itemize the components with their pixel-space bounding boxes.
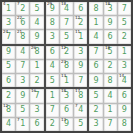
cell-digit: 5 [78, 120, 83, 128]
cell-digit: 3 [50, 33, 55, 41]
cell-digit: 6 [50, 48, 55, 56]
cell-r3c5[interactable]: 5 [60, 30, 73, 43]
cell-r9c8[interactable]: 7 [104, 118, 117, 131]
cell-digit: 6 [6, 77, 11, 85]
cell-digit: 7 [50, 106, 55, 114]
cell-r6c3[interactable]: 2 [30, 74, 43, 87]
cell-r4c2[interactable]: 4 [16, 46, 29, 59]
cell-r9c7[interactable]: 3 [89, 118, 102, 131]
cell-digit: 8 [93, 5, 98, 13]
cell-r6c5[interactable]: 131 [60, 74, 73, 87]
cell-digit: 3 [35, 106, 40, 114]
cell-r7c5[interactable]: 183 [60, 89, 73, 102]
cell-r2c7[interactable]: 1 [89, 16, 102, 29]
cell-digit: 2 [35, 77, 40, 85]
cage-sum: 26 [31, 46, 36, 50]
cell-digit: 3 [93, 120, 98, 128]
cell-digit: 7 [108, 120, 113, 128]
cell-r9c6[interactable]: 5 [74, 118, 87, 131]
cell-r9c5[interactable]: 139 [60, 118, 73, 131]
cell-r3c4[interactable]: 3 [46, 30, 59, 43]
cell-digit: 9 [78, 62, 83, 70]
cell-digit: 9 [93, 77, 98, 85]
cell-digit: 3 [122, 62, 127, 70]
cell-r3c9[interactable]: 2 [118, 30, 131, 43]
cell-r9c3[interactable]: 6 [30, 118, 43, 131]
cell-digit: 1 [20, 120, 25, 128]
cage-sum: 29 [47, 2, 52, 6]
cell-digit: 4 [93, 33, 98, 41]
cage-sum: 24 [3, 30, 8, 34]
cell-digit: 8 [122, 120, 127, 128]
box-5: 612234238951317 [46, 46, 88, 88]
cell-digit: 5 [20, 106, 25, 114]
cell-r2c9[interactable]: 5 [118, 16, 131, 29]
cell-r4c7[interactable]: 7 [89, 46, 102, 59]
cell-r5c5[interactable]: 238 [60, 60, 73, 73]
cell-digit: 5 [64, 33, 69, 41]
cell-digit: 9 [20, 92, 25, 100]
cell-r3c6[interactable]: 111 [74, 30, 87, 43]
cell-digit: 1 [78, 33, 83, 41]
cell-digit: 5 [122, 19, 127, 27]
cell-r4c4[interactable]: 6 [46, 46, 59, 59]
box-4: 94268571632 [2, 46, 44, 88]
sudoku-board: 4172532264247218929918468712235111818371… [0, 0, 133, 133]
cell-r4c8[interactable]: 185 [104, 46, 117, 59]
cell-r7c7[interactable]: 5 [89, 89, 102, 102]
cell-r7c1[interactable]: 2 [2, 89, 15, 102]
cell-digit: 8 [78, 92, 83, 100]
cell-digit: 3 [20, 77, 25, 85]
cell-digit: 6 [78, 5, 83, 13]
cell-digit: 1 [122, 48, 127, 56]
cell-r3c1[interactable]: 247 [2, 30, 15, 43]
cell-r1c8[interactable]: 183 [104, 2, 117, 15]
cell-r5c6[interactable]: 9 [74, 60, 87, 73]
cell-r4c1[interactable]: 9 [2, 46, 15, 59]
cell-digit: 8 [20, 33, 25, 41]
cell-r1c4[interactable]: 299 [46, 2, 59, 15]
cell-digit: 4 [6, 120, 11, 128]
cage-sum: 12 [3, 104, 8, 108]
cell-r7c3[interactable]: 167 [30, 89, 43, 102]
cell-r4c6[interactable]: 3 [74, 46, 87, 59]
cell-digit: 4 [35, 19, 40, 27]
cell-r8c2[interactable]: 5 [16, 104, 29, 117]
cell-r6c7[interactable]: 9 [89, 74, 102, 87]
cell-r6c9[interactable]: 144 [118, 74, 131, 87]
cell-digit: 7 [6, 33, 11, 41]
cell-r7c6[interactable]: 178 [74, 89, 87, 102]
cell-digit: 7 [122, 5, 127, 13]
box-1: 41725322642472189 [2, 2, 44, 44]
cell-digit: 6 [64, 106, 69, 114]
cell-r2c6[interactable]: 122 [74, 16, 87, 29]
cell-r8c9[interactable]: 9 [118, 104, 131, 117]
cage-sum: 21 [17, 30, 22, 34]
box-7: 29167128534716 [2, 89, 44, 131]
cell-r6c1[interactable]: 6 [2, 74, 15, 87]
box-9: 546219378 [89, 89, 131, 131]
cell-r1c3[interactable]: 5 [30, 2, 43, 15]
cell-r8c4[interactable]: 7 [46, 104, 59, 117]
cell-digit: 9 [122, 106, 127, 114]
cage-sum: 7 [17, 118, 20, 122]
cell-r9c4[interactable]: 2 [46, 118, 59, 131]
cell-digit: 5 [93, 92, 98, 100]
cell-r8c3[interactable]: 3 [30, 104, 43, 117]
cell-r5c8[interactable]: 2 [104, 60, 117, 73]
cell-digit: 3 [6, 19, 11, 27]
cell-digit: 2 [6, 92, 11, 100]
cell-digit: 7 [20, 62, 25, 70]
cell-r5c9[interactable]: 3 [118, 60, 131, 73]
cell-digit: 2 [50, 120, 55, 128]
cell-digit: 6 [93, 62, 98, 70]
cage-sum: 7 [17, 2, 20, 6]
cell-r6c2[interactable]: 3 [16, 74, 29, 87]
cell-r8c5[interactable]: 6 [60, 104, 73, 117]
cell-digit: 4 [108, 92, 113, 100]
cell-r4c3[interactable]: 268 [30, 46, 43, 59]
cage-sum: 14 [119, 74, 124, 78]
cell-digit: 9 [6, 48, 11, 56]
cage-sum: 18 [105, 2, 110, 6]
cell-digit: 7 [78, 77, 83, 85]
cell-digit: 8 [108, 77, 113, 85]
cell-r9c1[interactable]: 4 [2, 118, 15, 131]
cage-sum: 13 [61, 118, 66, 122]
cell-digit: 3 [64, 92, 69, 100]
cage-sum: 7 [75, 104, 78, 108]
cell-r5c1[interactable]: 5 [2, 60, 15, 73]
cell-digit: 7 [93, 48, 98, 56]
cell-r3c8[interactable]: 6 [104, 30, 117, 43]
cell-digit: 4 [78, 106, 83, 114]
cell-digit: 3 [78, 48, 83, 56]
cell-digit: 1 [108, 106, 113, 114]
cell-r3c3[interactable]: 9 [30, 30, 43, 43]
cell-r8c6[interactable]: 74 [74, 104, 87, 117]
cell-digit: 8 [50, 19, 55, 27]
box-6: 7185162398144 [89, 46, 131, 88]
cell-r6c6[interactable]: 7 [74, 74, 87, 87]
cell-r5c4[interactable]: 4 [46, 60, 59, 73]
cell-r2c3[interactable]: 4 [30, 16, 43, 29]
cage-sum: 12 [75, 16, 80, 20]
cell-r7c9[interactable]: 6 [118, 89, 131, 102]
cell-digit: 7 [35, 92, 40, 100]
cell-digit: 5 [6, 62, 11, 70]
cage-sum: 13 [61, 74, 66, 78]
cell-r1c5[interactable]: 184 [60, 2, 73, 15]
cage-sum: 17 [75, 89, 80, 93]
cell-r4c9[interactable]: 1 [118, 46, 131, 59]
cage-sum: 11 [75, 30, 80, 34]
cell-r7c2[interactable]: 9 [16, 89, 29, 102]
cage-sum: 23 [61, 60, 66, 64]
cell-r4c5[interactable]: 122 [60, 46, 73, 59]
cell-digit: 1 [6, 5, 11, 13]
cell-r1c2[interactable]: 72 [16, 2, 29, 15]
cell-r3c7[interactable]: 4 [89, 30, 102, 43]
cell-digit: 5 [50, 77, 55, 85]
cell-digit: 6 [108, 33, 113, 41]
cell-digit: 6 [35, 120, 40, 128]
cell-r5c3[interactable]: 1 [30, 60, 43, 73]
cell-r8c8[interactable]: 1 [104, 104, 117, 117]
cage-sum: 18 [61, 2, 66, 6]
cell-r2c4[interactable]: 8 [46, 16, 59, 29]
cell-digit: 1 [93, 19, 98, 27]
cell-digit: 9 [108, 19, 113, 27]
cell-r6c4[interactable]: 5 [46, 74, 59, 87]
cage-sum: 4 [3, 2, 6, 6]
cell-digit: 4 [50, 62, 55, 70]
cell-r6c8[interactable]: 8 [104, 74, 117, 87]
cage-sum: 18 [61, 89, 66, 93]
cell-digit: 1 [50, 92, 55, 100]
cell-r2c2[interactable]: 226 [16, 16, 29, 29]
cell-r8c1[interactable]: 128 [2, 104, 15, 117]
box-2: 29918468712235111 [46, 2, 88, 44]
cell-digit: 1 [35, 62, 40, 70]
cell-r1c1[interactable]: 41 [2, 2, 15, 15]
cell-r7c8[interactable]: 4 [104, 89, 117, 102]
cell-r1c7[interactable]: 8 [89, 2, 102, 15]
cell-r7c4[interactable]: 1 [46, 89, 59, 102]
cell-r1c6[interactable]: 6 [74, 2, 87, 15]
cell-digit: 5 [35, 5, 40, 13]
cage-sum: 22 [17, 16, 22, 20]
box-8: 1183178767421395 [46, 89, 88, 131]
cage-sum: 18 [105, 46, 110, 50]
cell-digit: 2 [93, 106, 98, 114]
cell-digit: 2 [122, 33, 127, 41]
cell-r5c2[interactable]: 7 [16, 60, 29, 73]
box-3: 81837195462 [89, 2, 131, 44]
cage-sum: 12 [61, 46, 66, 50]
cell-r2c5[interactable]: 7 [60, 16, 73, 29]
cell-r8c7[interactable]: 2 [89, 104, 102, 117]
cage-sum: 16 [31, 89, 36, 93]
cell-digit: 2 [20, 5, 25, 13]
cell-digit: 7 [64, 19, 69, 27]
cell-digit: 9 [35, 33, 40, 41]
cell-r5c7[interactable]: 6 [89, 60, 102, 73]
cell-r2c1[interactable]: 3 [2, 16, 15, 29]
cell-r2c8[interactable]: 9 [104, 16, 117, 29]
cell-digit: 4 [20, 48, 25, 56]
cell-r3c2[interactable]: 218 [16, 30, 29, 43]
cell-r1c9[interactable]: 7 [118, 2, 131, 15]
cell-digit: 6 [122, 92, 127, 100]
cell-digit: 2 [108, 62, 113, 70]
cell-r9c2[interactable]: 71 [16, 118, 29, 131]
cell-r9c9[interactable]: 8 [118, 118, 131, 131]
